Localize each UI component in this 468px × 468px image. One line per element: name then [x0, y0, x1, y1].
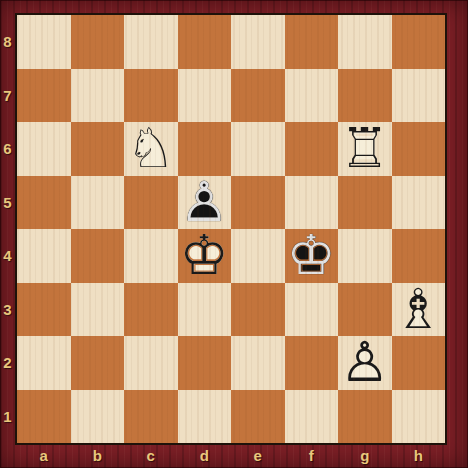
square-e3[interactable] [231, 283, 285, 337]
square-a4[interactable] [17, 229, 71, 283]
square-b1[interactable] [71, 390, 125, 444]
black-pawn[interactable]: ♟♙ [178, 176, 232, 230]
square-d3[interactable] [178, 283, 232, 337]
square-e2[interactable] [231, 336, 285, 390]
chess-board-frame: 87654321 abcdefgh ♞♘♜♖♟♙♚♔♚♔♝♗♟♙ [0, 0, 468, 468]
white-pawn-outline-glyph: ♙ [338, 336, 392, 390]
square-e5[interactable] [231, 176, 285, 230]
rank-label-3: 3 [0, 283, 15, 337]
square-e6[interactable] [231, 122, 285, 176]
white-bishop[interactable]: ♝♗ [392, 283, 446, 337]
square-a2[interactable] [17, 336, 71, 390]
file-label-b: b [71, 445, 125, 466]
square-h1[interactable] [392, 390, 446, 444]
square-d2[interactable] [178, 336, 232, 390]
square-h7[interactable] [392, 69, 446, 123]
file-label-c: c [124, 445, 178, 466]
file-label-a: a [17, 445, 71, 466]
square-b5[interactable] [71, 176, 125, 230]
square-e4[interactable] [231, 229, 285, 283]
square-g2[interactable]: ♟♙ [338, 336, 392, 390]
square-g8[interactable] [338, 15, 392, 69]
rank-label-7: 7 [0, 69, 15, 123]
square-g7[interactable] [338, 69, 392, 123]
square-h4[interactable] [392, 229, 446, 283]
white-pawn[interactable]: ♟♙ [338, 336, 392, 390]
square-b7[interactable] [71, 69, 125, 123]
file-label-h: h [392, 445, 446, 466]
square-g5[interactable] [338, 176, 392, 230]
black-king[interactable]: ♚♔ [285, 229, 339, 283]
square-e8[interactable] [231, 15, 285, 69]
white-king[interactable]: ♚♔ [178, 229, 232, 283]
square-c2[interactable] [124, 336, 178, 390]
white-knight-outline-glyph: ♘ [124, 122, 178, 176]
white-knight[interactable]: ♞♘ [124, 122, 178, 176]
square-h8[interactable] [392, 15, 446, 69]
square-b2[interactable] [71, 336, 125, 390]
square-f2[interactable] [285, 336, 339, 390]
file-label-d: d [178, 445, 232, 466]
square-g6[interactable]: ♜♖ [338, 122, 392, 176]
rank-label-1: 1 [0, 390, 15, 444]
square-d7[interactable] [178, 69, 232, 123]
white-king-outline-glyph: ♔ [178, 229, 232, 283]
square-a1[interactable] [17, 390, 71, 444]
square-c4[interactable] [124, 229, 178, 283]
square-c7[interactable] [124, 69, 178, 123]
file-labels: abcdefgh [17, 445, 445, 466]
square-a3[interactable] [17, 283, 71, 337]
square-e1[interactable] [231, 390, 285, 444]
square-f5[interactable] [285, 176, 339, 230]
square-h3[interactable]: ♝♗ [392, 283, 446, 337]
rank-label-2: 2 [0, 336, 15, 390]
square-h5[interactable] [392, 176, 446, 230]
white-bishop-outline-glyph: ♗ [392, 283, 446, 337]
board-border: ♞♘♜♖♟♙♚♔♚♔♝♗♟♙ [15, 13, 447, 445]
square-d5[interactable]: ♟♙ [178, 176, 232, 230]
square-f1[interactable] [285, 390, 339, 444]
square-c5[interactable] [124, 176, 178, 230]
rank-label-5: 5 [0, 176, 15, 230]
rank-label-6: 6 [0, 122, 15, 176]
black-pawn-outline-glyph: ♙ [178, 176, 232, 230]
file-label-f: f [285, 445, 339, 466]
square-h6[interactable] [392, 122, 446, 176]
file-label-e: e [231, 445, 285, 466]
square-g3[interactable] [338, 283, 392, 337]
white-rook-outline-glyph: ♖ [338, 122, 392, 176]
square-f3[interactable] [285, 283, 339, 337]
square-b6[interactable] [71, 122, 125, 176]
square-a7[interactable] [17, 69, 71, 123]
square-d4[interactable]: ♚♔ [178, 229, 232, 283]
black-king-outline-glyph: ♔ [285, 229, 339, 283]
rank-labels: 87654321 [0, 15, 15, 443]
square-a5[interactable] [17, 176, 71, 230]
square-c6[interactable]: ♞♘ [124, 122, 178, 176]
square-f4[interactable]: ♚♔ [285, 229, 339, 283]
square-e7[interactable] [231, 69, 285, 123]
square-c1[interactable] [124, 390, 178, 444]
square-a8[interactable] [17, 15, 71, 69]
rank-label-8: 8 [0, 15, 15, 69]
square-c3[interactable] [124, 283, 178, 337]
square-a6[interactable] [17, 122, 71, 176]
square-b8[interactable] [71, 15, 125, 69]
square-f6[interactable] [285, 122, 339, 176]
square-c8[interactable] [124, 15, 178, 69]
square-d8[interactable] [178, 15, 232, 69]
square-g4[interactable] [338, 229, 392, 283]
rank-label-4: 4 [0, 229, 15, 283]
square-f7[interactable] [285, 69, 339, 123]
square-b3[interactable] [71, 283, 125, 337]
square-g1[interactable] [338, 390, 392, 444]
file-label-g: g [338, 445, 392, 466]
white-rook[interactable]: ♜♖ [338, 122, 392, 176]
chess-board: ♞♘♜♖♟♙♚♔♚♔♝♗♟♙ [17, 15, 445, 443]
square-d1[interactable] [178, 390, 232, 444]
square-f8[interactable] [285, 15, 339, 69]
square-d6[interactable] [178, 122, 232, 176]
square-b4[interactable] [71, 229, 125, 283]
square-h2[interactable] [392, 336, 446, 390]
